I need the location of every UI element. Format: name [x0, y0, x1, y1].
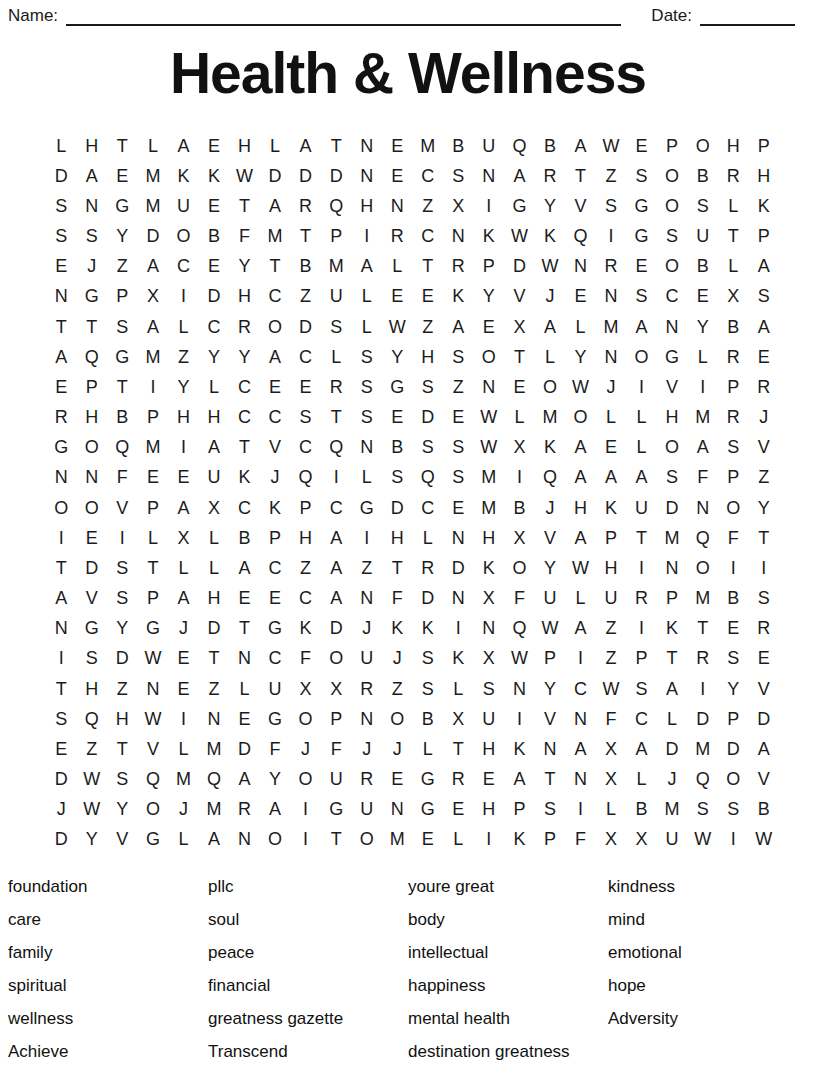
grid-cell-r10c17: M [535, 402, 566, 432]
grid-cell-r11c5: I [168, 433, 199, 463]
grid-cell-r16c16: F [504, 583, 535, 613]
grid-cell-r22c8: Y [260, 764, 291, 794]
word-list-item: hope [608, 969, 808, 1002]
grid-cell-r11c13: S [412, 433, 443, 463]
grid-cell-r20c11: N [351, 704, 382, 734]
grid-cell-r11c2: O [77, 433, 108, 463]
grid-cell-r19c14: L [443, 674, 474, 704]
grid-cell-r16c17: U [535, 583, 566, 613]
grid-cell-r1c6: E [199, 131, 230, 161]
grid-cell-r8c1: A [46, 342, 77, 372]
grid-cell-r5c23: L [718, 252, 749, 282]
grid-cell-r22c4: Q [138, 764, 169, 794]
grid-cell-r23c9: I [290, 795, 321, 825]
grid-cell-r5c4: A [138, 252, 169, 282]
grid-cell-r13c2: O [77, 493, 108, 523]
grid-cell-r3c8: A [260, 191, 291, 221]
word-list-item: care [8, 903, 208, 936]
grid-cell-r21c14: T [443, 734, 474, 764]
grid-cell-r19c7: L [229, 674, 260, 704]
grid-cell-r21c16: K [504, 734, 535, 764]
grid-cell-r15c8: C [260, 553, 291, 583]
grid-cell-r17c17: W [535, 614, 566, 644]
grid-cell-r1c18: A [565, 131, 596, 161]
grid-cell-r24c15: I [474, 825, 505, 855]
grid-cell-r1c11: N [351, 131, 382, 161]
grid-cell-r4c11: I [351, 221, 382, 251]
grid-cell-r10c14: E [443, 402, 474, 432]
grid-cell-r10c24: J [748, 402, 779, 432]
grid-cell-r1c12: E [382, 131, 413, 161]
grid-cell-r14c20: T [626, 523, 657, 553]
grid-cell-r14c14: N [443, 523, 474, 553]
grid-cell-r18c15: X [474, 644, 505, 674]
grid-cell-r11c14: S [443, 433, 474, 463]
grid-cell-r23c16: P [504, 795, 535, 825]
grid-cell-r19c18: C [565, 674, 596, 704]
grid-cell-r15c11: Z [351, 553, 382, 583]
grid-cell-r22c17: T [535, 764, 566, 794]
grid-cell-r12c3: F [107, 463, 138, 493]
grid-cell-r7c18: L [565, 312, 596, 342]
grid-cell-r7c15: E [474, 312, 505, 342]
grid-cell-r9c2: P [77, 372, 108, 402]
grid-cell-r12c7: K [229, 463, 260, 493]
grid-cell-r20c8: G [260, 704, 291, 734]
grid-cell-r9c22: I [687, 372, 718, 402]
grid-cell-r3c6: E [199, 191, 230, 221]
grid-cell-r7c4: A [138, 312, 169, 342]
grid-cell-r4c2: S [77, 221, 108, 251]
grid-cell-r8c13: H [412, 342, 443, 372]
grid-cell-r1c24: P [748, 131, 779, 161]
grid-cell-r14c12: H [382, 523, 413, 553]
grid-cell-r6c3: P [107, 282, 138, 312]
grid-cell-r7c5: L [168, 312, 199, 342]
grid-cell-r5c3: Z [107, 252, 138, 282]
grid-cell-r6c23: X [718, 282, 749, 312]
grid-cell-r6c10: U [321, 282, 352, 312]
grid-cell-r1c15: U [474, 131, 505, 161]
grid-cell-r12c16: I [504, 463, 535, 493]
grid-cell-r19c17: Y [535, 674, 566, 704]
grid-cell-r19c9: X [290, 674, 321, 704]
grid-cell-r2c1: D [46, 161, 77, 191]
grid-cell-r15c21: N [657, 553, 688, 583]
grid-cell-r12c19: A [596, 463, 627, 493]
grid-cell-r7c22: Y [687, 312, 718, 342]
grid-cell-r11c22: A [687, 433, 718, 463]
grid-cell-r1c4: L [138, 131, 169, 161]
grid-cell-r5c24: A [748, 252, 779, 282]
grid-cell-r6c21: C [657, 282, 688, 312]
grid-cell-r17c20: I [626, 614, 657, 644]
grid-cell-r21c11: J [351, 734, 382, 764]
grid-cell-r15c13: R [412, 553, 443, 583]
grid-cell-r5c11: A [351, 252, 382, 282]
grid-cell-r17c10: D [321, 614, 352, 644]
grid-cell-r3c24: K [748, 191, 779, 221]
grid-cell-r13c23: O [718, 493, 749, 523]
grid-cell-r5c15: P [474, 252, 505, 282]
grid-cell-r6c17: J [535, 282, 566, 312]
grid-cell-r11c4: M [138, 433, 169, 463]
grid-cell-r4c24: P [748, 221, 779, 251]
grid-cell-r23c15: H [474, 795, 505, 825]
grid-cell-r22c16: A [504, 764, 535, 794]
grid-cell-r19c22: I [687, 674, 718, 704]
grid-cell-r14c4: L [138, 523, 169, 553]
grid-cell-r20c21: L [657, 704, 688, 734]
grid-cell-r7c7: R [229, 312, 260, 342]
grid-cell-r19c23: Y [718, 674, 749, 704]
grid-cell-r8c8: A [260, 342, 291, 372]
grid-cell-r15c24: I [748, 553, 779, 583]
grid-cell-r5c8: T [260, 252, 291, 282]
grid-cell-r22c9: O [290, 764, 321, 794]
grid-cell-r2c12: E [382, 161, 413, 191]
grid-cell-r6c16: V [504, 282, 535, 312]
grid-cell-r3c9: R [290, 191, 321, 221]
grid-cell-r23c4: O [138, 795, 169, 825]
grid-cell-r6c20: S [626, 282, 657, 312]
grid-cell-r5c21: O [657, 252, 688, 282]
grid-cell-r2c7: W [229, 161, 260, 191]
grid-cell-r4c16: W [504, 221, 535, 251]
grid-cell-r7c14: A [443, 312, 474, 342]
grid-cell-r21c9: J [290, 734, 321, 764]
grid-cell-r5c2: J [77, 252, 108, 282]
grid-cell-r23c14: E [443, 795, 474, 825]
grid-cell-r4c5: O [168, 221, 199, 251]
grid-cell-r3c21: O [657, 191, 688, 221]
grid-cell-r3c22: S [687, 191, 718, 221]
grid-cell-r23c20: B [626, 795, 657, 825]
grid-cell-r23c13: G [412, 795, 443, 825]
grid-cell-r22c15: E [474, 764, 505, 794]
grid-cell-r5c19: R [596, 252, 627, 282]
grid-cell-r17c15: N [474, 614, 505, 644]
grid-cell-r13c7: C [229, 493, 260, 523]
grid-cell-r15c23: I [718, 553, 749, 583]
grid-cell-r13c8: K [260, 493, 291, 523]
grid-cell-r1c7: H [229, 131, 260, 161]
grid-cell-r9c16: E [504, 372, 535, 402]
grid-cell-r1c5: A [168, 131, 199, 161]
grid-cell-r2c18: T [565, 161, 596, 191]
grid-cell-r13c10: C [321, 493, 352, 523]
grid-cell-r21c10: F [321, 734, 352, 764]
grid-cell-r24c10: T [321, 825, 352, 855]
grid-cell-r21c17: N [535, 734, 566, 764]
grid-cell-r23c5: J [168, 795, 199, 825]
grid-cell-r7c13: Z [412, 312, 443, 342]
grid-cell-r16c20: R [626, 583, 657, 613]
grid-cell-r19c12: Z [382, 674, 413, 704]
grid-cell-r9c7: C [229, 372, 260, 402]
grid-cell-r2c13: C [412, 161, 443, 191]
grid-cell-r5c17: W [535, 252, 566, 282]
grid-cell-r16c21: P [657, 583, 688, 613]
grid-cell-r16c18: L [565, 583, 596, 613]
grid-cell-r1c3: T [107, 131, 138, 161]
grid-cell-r11c11: N [351, 433, 382, 463]
word-list-item: greatness gazette [208, 1002, 408, 1035]
grid-cell-r19c15: S [474, 674, 505, 704]
grid-cell-r19c16: N [504, 674, 535, 704]
grid-cell-r5c13: T [412, 252, 443, 282]
grid-cell-r24c13: E [412, 825, 443, 855]
grid-cell-r15c19: H [596, 553, 627, 583]
grid-cell-r8c12: Y [382, 342, 413, 372]
grid-cell-r6c13: E [412, 282, 443, 312]
grid-cell-r7c12: W [382, 312, 413, 342]
grid-cell-r16c7: E [229, 583, 260, 613]
grid-cell-r15c12: T [382, 553, 413, 583]
grid-cell-r15c4: T [138, 553, 169, 583]
grid-cell-r11c19: E [596, 433, 627, 463]
grid-cell-r2c2: A [77, 161, 108, 191]
word-list-item: Transcend [208, 1035, 408, 1068]
grid-cell-r12c20: A [626, 463, 657, 493]
grid-cell-r24c18: F [565, 825, 596, 855]
grid-cell-r4c3: Y [107, 221, 138, 251]
grid-cell-r3c20: G [626, 191, 657, 221]
grid-cell-r2c22: B [687, 161, 718, 191]
grid-cell-r5c18: N [565, 252, 596, 282]
grid-cell-r21c7: D [229, 734, 260, 764]
grid-cell-r17c24: R [748, 614, 779, 644]
grid-cell-r13c12: D [382, 493, 413, 523]
grid-cell-r19c21: A [657, 674, 688, 704]
grid-cell-r12c15: M [474, 463, 505, 493]
grid-cell-r20c20: C [626, 704, 657, 734]
grid-cell-r16c11: N [351, 583, 382, 613]
grid-cell-r8c15: O [474, 342, 505, 372]
grid-cell-r17c11: J [351, 614, 382, 644]
grid-cell-r20c3: H [107, 704, 138, 734]
grid-cell-r12c23: P [718, 463, 749, 493]
grid-cell-r10c15: W [474, 402, 505, 432]
grid-cell-r1c19: W [596, 131, 627, 161]
grid-cell-r4c22: U [687, 221, 718, 251]
grid-cell-r22c14: R [443, 764, 474, 794]
grid-cell-r17c12: K [382, 614, 413, 644]
grid-cell-r14c18: A [565, 523, 596, 553]
word-list: foundationcarefamilyspiritualwellnessAch… [8, 870, 816, 1068]
grid-cell-r15c9: Z [290, 553, 321, 583]
word-list-item: soul [208, 903, 408, 936]
grid-cell-r8c9: C [290, 342, 321, 372]
grid-cell-r16c23: B [718, 583, 749, 613]
grid-cell-r11c8: V [260, 433, 291, 463]
grid-cell-r18c23: S [718, 644, 749, 674]
grid-cell-r14c15: H [474, 523, 505, 553]
grid-cell-r20c4: W [138, 704, 169, 734]
grid-cell-r20c10: P [321, 704, 352, 734]
grid-cell-r14c6: L [199, 523, 230, 553]
grid-cell-r14c11: I [351, 523, 382, 553]
grid-cell-r24c22: W [687, 825, 718, 855]
grid-cell-r23c17: S [535, 795, 566, 825]
grid-cell-r21c12: J [382, 734, 413, 764]
grid-cell-r13c9: P [290, 493, 321, 523]
grid-cell-r8c3: G [107, 342, 138, 372]
grid-cell-r1c23: H [718, 131, 749, 161]
name-blank-line [66, 6, 621, 26]
grid-cell-r3c13: Z [412, 191, 443, 221]
grid-cell-r7c11: L [351, 312, 382, 342]
grid-cell-r23c12: N [382, 795, 413, 825]
grid-cell-r18c7: N [229, 644, 260, 674]
grid-cell-r9c12: G [382, 372, 413, 402]
grid-cell-r22c18: N [565, 764, 596, 794]
grid-cell-r11c18: A [565, 433, 596, 463]
grid-cell-r23c6: M [199, 795, 230, 825]
grid-cell-r8c10: L [321, 342, 352, 372]
grid-cell-r24c9: I [290, 825, 321, 855]
grid-cell-r16c1: A [46, 583, 77, 613]
grid-cell-r13c3: V [107, 493, 138, 523]
grid-cell-r12c21: S [657, 463, 688, 493]
grid-cell-r3c7: T [229, 191, 260, 221]
grid-cell-r17c23: E [718, 614, 749, 644]
grid-cell-r24c12: M [382, 825, 413, 855]
grid-cell-r16c19: U [596, 583, 627, 613]
grid-cell-r12c24: Z [748, 463, 779, 493]
grid-cell-r24c8: O [260, 825, 291, 855]
grid-cell-r6c1: N [46, 282, 77, 312]
grid-cell-r24c6: A [199, 825, 230, 855]
grid-cell-r16c24: S [748, 583, 779, 613]
grid-cell-r22c10: U [321, 764, 352, 794]
grid-cell-r22c22: Q [687, 764, 718, 794]
grid-cell-r7c21: N [657, 312, 688, 342]
grid-cell-r1c10: T [321, 131, 352, 161]
grid-cell-r14c21: M [657, 523, 688, 553]
grid-cell-r24c1: D [46, 825, 77, 855]
grid-cell-r9c3: T [107, 372, 138, 402]
grid-cell-r18c21: T [657, 644, 688, 674]
grid-cell-r14c10: A [321, 523, 352, 553]
grid-cell-r7c16: X [504, 312, 535, 342]
grid-cell-r11c17: K [535, 433, 566, 463]
grid-cell-r21c2: Z [77, 734, 108, 764]
grid-cell-r7c2: T [77, 312, 108, 342]
grid-cell-r14c5: X [168, 523, 199, 553]
grid-cell-r20c24: D [748, 704, 779, 734]
grid-cell-r5c9: B [290, 252, 321, 282]
grid-cell-r19c20: S [626, 674, 657, 704]
grid-cell-r17c21: K [657, 614, 688, 644]
grid-cell-r7c8: O [260, 312, 291, 342]
grid-cell-r14c24: T [748, 523, 779, 553]
grid-cell-r9c18: W [565, 372, 596, 402]
grid-cell-r22c7: A [229, 764, 260, 794]
grid-cell-r6c19: N [596, 282, 627, 312]
word-list-item: mind [608, 903, 808, 936]
grid-cell-r17c1: N [46, 614, 77, 644]
grid-cell-r21c19: X [596, 734, 627, 764]
word-list-item: family [8, 936, 208, 969]
grid-cell-r2c6: K [199, 161, 230, 191]
grid-cell-r10c5: H [168, 402, 199, 432]
grid-cell-r18c2: S [77, 644, 108, 674]
word-list-item: mental health [408, 1002, 608, 1035]
grid-cell-r6c24: S [748, 282, 779, 312]
grid-cell-r8c7: Y [229, 342, 260, 372]
grid-cell-r23c10: G [321, 795, 352, 825]
word-list-item: peace [208, 936, 408, 969]
grid-cell-r22c21: J [657, 764, 688, 794]
grid-cell-r12c4: E [138, 463, 169, 493]
grid-cell-r8c16: T [504, 342, 535, 372]
grid-cell-r6c2: G [77, 282, 108, 312]
grid-cell-r11c21: O [657, 433, 688, 463]
grid-cell-r3c16: G [504, 191, 535, 221]
grid-cell-r6c6: D [199, 282, 230, 312]
grid-cell-r1c13: M [412, 131, 443, 161]
grid-cell-r18c1: I [46, 644, 77, 674]
grid-cell-r4c15: K [474, 221, 505, 251]
grid-cell-r3c19: S [596, 191, 627, 221]
grid-cell-r21c4: V [138, 734, 169, 764]
grid-cell-r10c8: C [260, 402, 291, 432]
grid-cell-r10c11: S [351, 402, 382, 432]
word-list-item: destination greatness [408, 1035, 608, 1068]
grid-cell-r19c24: V [748, 674, 779, 704]
grid-cell-r24c2: Y [77, 825, 108, 855]
grid-cell-r11c3: Q [107, 433, 138, 463]
grid-cell-r2c15: N [474, 161, 505, 191]
grid-cell-r8c18: Y [565, 342, 596, 372]
grid-cell-r8c4: M [138, 342, 169, 372]
grid-cell-r2c14: S [443, 161, 474, 191]
grid-cell-r16c22: M [687, 583, 718, 613]
grid-cell-r3c1: S [46, 191, 77, 221]
grid-cell-r18c8: C [260, 644, 291, 674]
grid-cell-r10c2: H [77, 402, 108, 432]
grid-cell-r9c14: Z [443, 372, 474, 402]
grid-cell-r2c19: Z [596, 161, 627, 191]
grid-cell-r8c17: L [535, 342, 566, 372]
grid-cell-r23c7: R [229, 795, 260, 825]
grid-cell-r10c7: C [229, 402, 260, 432]
grid-cell-r19c4: N [138, 674, 169, 704]
grid-cell-r16c14: N [443, 583, 474, 613]
word-list-column-2: pllcsoulpeacefinancialgreatness gazetteT… [208, 870, 408, 1068]
grid-cell-r16c9: C [290, 583, 321, 613]
grid-cell-r3c10: Q [321, 191, 352, 221]
grid-cell-r20c13: B [412, 704, 443, 734]
grid-cell-r16c10: A [321, 583, 352, 613]
grid-cell-r17c13: K [412, 614, 443, 644]
grid-cell-r24c20: X [626, 825, 657, 855]
word-list-item: youre great [408, 870, 608, 903]
grid-cell-r8c11: S [351, 342, 382, 372]
grid-cell-r24c3: V [107, 825, 138, 855]
grid-cell-r10c19: L [596, 402, 627, 432]
grid-cell-r10c16: L [504, 402, 535, 432]
grid-cell-r23c1: J [46, 795, 77, 825]
grid-cell-r15c2: D [77, 553, 108, 583]
grid-cell-r8c14: S [443, 342, 474, 372]
word-list-item: happiness [408, 969, 608, 1002]
grid-cell-r7c19: M [596, 312, 627, 342]
grid-cell-r14c8: P [260, 523, 291, 553]
grid-cell-r21c1: E [46, 734, 77, 764]
grid-cell-r24c17: P [535, 825, 566, 855]
